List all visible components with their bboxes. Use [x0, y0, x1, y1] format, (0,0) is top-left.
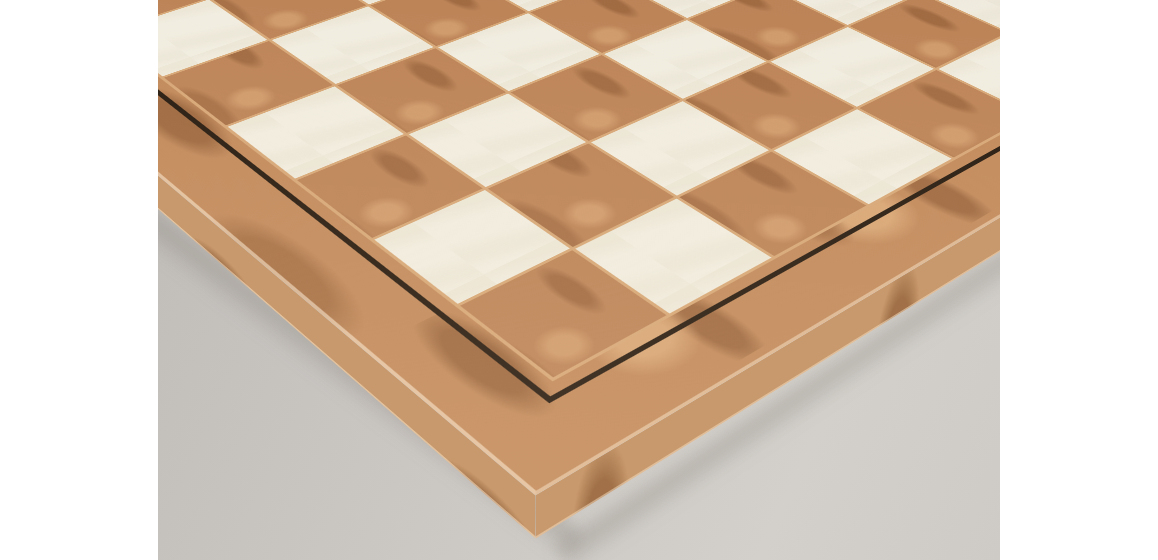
square-g1: [375, 190, 570, 304]
square-h1: [460, 250, 666, 377]
square-c2: [211, 0, 366, 39]
square-f4: [604, 20, 766, 99]
square-c3: [309, 0, 458, 4]
square-c1: [158, 0, 267, 76]
square-g3: [591, 101, 769, 195]
square-d2: [271, 6, 433, 83]
board-inlay-line: [158, 0, 1000, 403]
square-e1: [227, 86, 403, 179]
letterbox-right: [1000, 0, 1158, 560]
board-top-face: [158, 0, 1000, 495]
board-sheen: [158, 0, 1000, 495]
square-e4: [530, 0, 686, 53]
square-f2: [409, 94, 586, 187]
chessboard-photo: [158, 0, 1000, 560]
square-h6: [939, 34, 1000, 114]
square-e3: [438, 13, 600, 91]
product-photo-stage: [0, 0, 1158, 560]
square-g2: [488, 144, 674, 247]
square-f5: [690, 0, 846, 60]
square-d1: [164, 41, 332, 125]
square-h3: [679, 152, 866, 256]
square-g6: [850, 0, 1000, 68]
square-e2: [337, 48, 506, 133]
square-g5: [771, 27, 934, 107]
square-f3: [511, 55, 680, 141]
square-e5: [615, 0, 765, 18]
square-g4: [685, 63, 855, 150]
board-edge-highlight: [158, 0, 1000, 495]
square-h2: [575, 199, 771, 314]
square-g7: [923, 0, 1000, 32]
letterbox-left: [0, 0, 158, 560]
square-h5: [860, 70, 1000, 157]
perspective-scene: [158, 0, 1000, 560]
square-d3: [370, 0, 525, 46]
chess-board: [158, 0, 1000, 495]
square-f1: [297, 136, 482, 238]
square-b1: [158, 0, 207, 32]
square-h4: [774, 109, 952, 204]
square-d4: [462, 0, 611, 11]
square-f6: [769, 0, 919, 25]
